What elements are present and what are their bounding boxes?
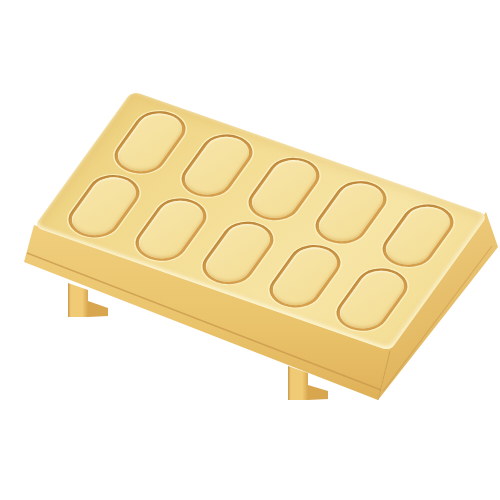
- pit-r2c1[interactable]: [59, 169, 147, 244]
- pit-r2c2[interactable]: [127, 192, 215, 267]
- pit-r2c3[interactable]: [194, 216, 282, 291]
- product-scene: [0, 0, 500, 500]
- pit-r2c5[interactable]: [328, 263, 416, 338]
- left-foot-side-face: [88, 301, 108, 317]
- pit-r1c5[interactable]: [374, 199, 462, 274]
- pit-r1c3[interactable]: [240, 152, 328, 227]
- pit-r1c1[interactable]: [106, 105, 194, 180]
- pit-r2c4[interactable]: [261, 239, 349, 314]
- left-foot-front-face: [68, 283, 88, 317]
- pit-r1c2[interactable]: [173, 128, 261, 203]
- pit-r1c4[interactable]: [307, 175, 395, 250]
- right-foot-side-face: [308, 385, 328, 400]
